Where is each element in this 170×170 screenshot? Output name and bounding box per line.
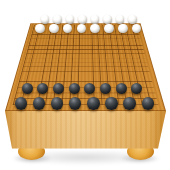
white-stone[interactable] <box>41 15 50 24</box>
black-stone[interactable] <box>53 83 64 94</box>
black-stone[interactable] <box>69 97 81 109</box>
white-stone[interactable] <box>103 15 112 24</box>
white-stone[interactable] <box>104 24 114 34</box>
white-stone[interactable] <box>128 15 137 24</box>
black-stone[interactable] <box>131 83 142 94</box>
black-stone[interactable] <box>69 83 80 94</box>
white-stone[interactable] <box>49 24 59 34</box>
black-stone[interactable] <box>84 83 95 94</box>
go-board-scene <box>0 0 170 170</box>
black-stone[interactable] <box>100 83 111 94</box>
white-stone[interactable] <box>66 15 75 24</box>
white-stone[interactable] <box>35 24 45 34</box>
black-stone[interactable] <box>105 97 117 109</box>
black-stone[interactable] <box>142 97 154 109</box>
black-stone[interactable] <box>116 83 127 94</box>
white-stone[interactable] <box>116 15 125 24</box>
black-stone[interactable] <box>37 83 48 94</box>
black-stone[interactable] <box>15 97 27 109</box>
board-top-surface[interactable] <box>5 23 166 111</box>
black-stone[interactable] <box>123 97 135 109</box>
white-stone[interactable] <box>91 15 100 24</box>
black-stone[interactable] <box>51 97 63 109</box>
white-stone[interactable] <box>78 15 87 24</box>
white-stone[interactable] <box>118 24 128 34</box>
black-stone[interactable] <box>33 97 45 109</box>
black-stone[interactable] <box>22 83 33 94</box>
white-stone[interactable] <box>53 15 62 24</box>
black-stone[interactable] <box>87 97 99 109</box>
